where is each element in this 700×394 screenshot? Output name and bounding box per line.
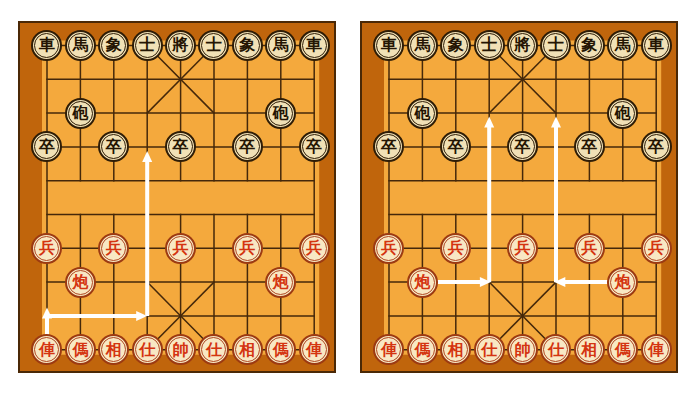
piece-glyph: 兵 — [376, 236, 401, 261]
piece-glyph: 卒 — [34, 134, 59, 159]
piece-red-advisor[interactable]: 仕 — [540, 334, 571, 365]
piece-red-cannon[interactable]: 炮 — [65, 267, 96, 298]
piece-red-chariot[interactable]: 俥 — [299, 334, 330, 365]
piece-glyph: 車 — [644, 33, 669, 58]
piece-black-soldier[interactable]: 卒 — [232, 131, 263, 162]
piece-glyph: 卒 — [101, 134, 126, 159]
piece-glyph: 傌 — [268, 337, 293, 362]
piece-glyph: 卒 — [376, 134, 401, 159]
piece-glyph: 馬 — [610, 33, 635, 58]
piece-glyph: 仕 — [201, 337, 226, 362]
piece-glyph: 士 — [201, 33, 226, 58]
piece-red-general[interactable]: 帥 — [507, 334, 538, 365]
piece-glyph: 卒 — [168, 134, 193, 159]
piece-glyph: 兵 — [510, 236, 535, 261]
piece-black-horse[interactable]: 馬 — [607, 30, 638, 61]
piece-red-advisor[interactable]: 仕 — [132, 334, 163, 365]
piece-black-soldier[interactable]: 卒 — [165, 131, 196, 162]
xiangqi-diagram: 車馬象士將士象馬車砲砲卒卒卒卒卒兵兵兵兵兵炮炮俥傌相仕帥仕相傌俥 車馬象士將士象… — [0, 0, 700, 394]
piece-black-horse[interactable]: 馬 — [407, 30, 438, 61]
piece-glyph: 車 — [302, 33, 327, 58]
piece-glyph: 俥 — [34, 337, 59, 362]
piece-red-soldier[interactable]: 兵 — [373, 233, 404, 264]
piece-red-horse[interactable]: 傌 — [407, 334, 438, 365]
piece-red-elephant[interactable]: 相 — [98, 334, 129, 365]
piece-glyph: 炮 — [410, 270, 435, 295]
piece-black-general[interactable]: 將 — [165, 30, 196, 61]
piece-glyph: 卒 — [644, 134, 669, 159]
piece-glyph: 仕 — [543, 337, 568, 362]
piece-glyph: 士 — [135, 33, 160, 58]
piece-glyph: 相 — [101, 337, 126, 362]
piece-black-advisor[interactable]: 士 — [132, 30, 163, 61]
piece-red-horse[interactable]: 傌 — [265, 334, 296, 365]
piece-glyph: 傌 — [68, 337, 93, 362]
piece-glyph: 卒 — [235, 134, 260, 159]
piece-glyph: 兵 — [235, 236, 260, 261]
piece-red-chariot[interactable]: 俥 — [641, 334, 672, 365]
piece-glyph: 兵 — [577, 236, 602, 261]
piece-black-cannon[interactable]: 砲 — [607, 98, 638, 129]
piece-glyph: 相 — [235, 337, 260, 362]
piece-red-horse[interactable]: 傌 — [65, 334, 96, 365]
piece-black-chariot[interactable]: 車 — [373, 30, 404, 61]
piece-black-soldier[interactable]: 卒 — [373, 131, 404, 162]
piece-glyph: 士 — [477, 33, 502, 58]
piece-glyph: 帥 — [510, 337, 535, 362]
piece-red-chariot[interactable]: 俥 — [31, 334, 62, 365]
piece-red-general[interactable]: 帥 — [165, 334, 196, 365]
piece-glyph: 兵 — [443, 236, 468, 261]
piece-glyph: 將 — [168, 33, 193, 58]
piece-red-soldier[interactable]: 兵 — [440, 233, 471, 264]
piece-glyph: 兵 — [644, 236, 669, 261]
piece-glyph: 相 — [577, 337, 602, 362]
piece-black-cannon[interactable]: 砲 — [65, 98, 96, 129]
piece-glyph: 俥 — [302, 337, 327, 362]
piece-red-elephant[interactable]: 相 — [440, 334, 471, 365]
piece-glyph: 馬 — [268, 33, 293, 58]
piece-glyph: 卒 — [302, 134, 327, 159]
piece-glyph: 將 — [510, 33, 535, 58]
piece-glyph: 車 — [34, 33, 59, 58]
piece-black-cannon[interactable]: 砲 — [265, 98, 296, 129]
piece-glyph: 砲 — [268, 101, 293, 126]
piece-red-advisor[interactable]: 仕 — [474, 334, 505, 365]
piece-black-soldier[interactable]: 卒 — [31, 131, 62, 162]
piece-black-soldier[interactable]: 卒 — [574, 131, 605, 162]
piece-black-soldier[interactable]: 卒 — [440, 131, 471, 162]
piece-glyph: 炮 — [68, 270, 93, 295]
piece-glyph: 俥 — [376, 337, 401, 362]
piece-glyph: 馬 — [68, 33, 93, 58]
piece-glyph: 砲 — [410, 101, 435, 126]
piece-glyph: 象 — [577, 33, 602, 58]
piece-black-elephant[interactable]: 象 — [98, 30, 129, 61]
piece-red-elephant[interactable]: 相 — [574, 334, 605, 365]
xiangqi-board-right: 車馬象士將士象馬車砲砲卒卒卒卒卒兵兵兵兵兵炮炮俥傌相仕帥仕相傌俥 — [360, 21, 678, 373]
piece-red-cannon[interactable]: 炮 — [607, 267, 638, 298]
piece-glyph: 傌 — [610, 337, 635, 362]
piece-glyph: 砲 — [610, 101, 635, 126]
piece-glyph: 卒 — [443, 134, 468, 159]
piece-black-cannon[interactable]: 砲 — [407, 98, 438, 129]
piece-glyph: 兵 — [34, 236, 59, 261]
piece-red-soldier[interactable]: 兵 — [31, 233, 62, 264]
piece-red-soldier[interactable]: 兵 — [507, 233, 538, 264]
piece-glyph: 炮 — [610, 270, 635, 295]
piece-glyph: 仕 — [477, 337, 502, 362]
piece-glyph: 傌 — [410, 337, 435, 362]
piece-black-advisor[interactable]: 士 — [540, 30, 571, 61]
piece-glyph: 炮 — [268, 270, 293, 295]
piece-red-soldier[interactable]: 兵 — [98, 233, 129, 264]
piece-black-soldier[interactable]: 卒 — [98, 131, 129, 162]
piece-black-chariot[interactable]: 車 — [299, 30, 330, 61]
piece-black-chariot[interactable]: 車 — [31, 30, 62, 61]
piece-glyph: 相 — [443, 337, 468, 362]
piece-glyph: 車 — [376, 33, 401, 58]
piece-glyph: 俥 — [644, 337, 669, 362]
piece-black-advisor[interactable]: 士 — [474, 30, 505, 61]
piece-glyph: 象 — [443, 33, 468, 58]
piece-black-general[interactable]: 將 — [507, 30, 538, 61]
piece-glyph: 卒 — [577, 134, 602, 159]
piece-black-chariot[interactable]: 車 — [641, 30, 672, 61]
piece-black-elephant[interactable]: 象 — [232, 30, 263, 61]
piece-glyph: 砲 — [68, 101, 93, 126]
piece-black-elephant[interactable]: 象 — [440, 30, 471, 61]
piece-red-horse[interactable]: 傌 — [607, 334, 638, 365]
piece-glyph: 兵 — [101, 236, 126, 261]
piece-glyph: 兵 — [168, 236, 193, 261]
piece-glyph: 象 — [235, 33, 260, 58]
piece-glyph: 仕 — [135, 337, 160, 362]
piece-glyph: 卒 — [510, 134, 535, 159]
piece-black-soldier[interactable]: 卒 — [641, 131, 672, 162]
pieces-layer: 車馬象士將士象馬車砲砲卒卒卒卒卒兵兵兵兵兵炮炮俥傌相仕帥仕相傌俥 — [30, 29, 331, 367]
piece-black-horse[interactable]: 馬 — [65, 30, 96, 61]
piece-red-chariot[interactable]: 俥 — [373, 334, 404, 365]
piece-glyph: 帥 — [168, 337, 193, 362]
piece-red-soldier[interactable]: 兵 — [299, 233, 330, 264]
piece-glyph: 兵 — [302, 236, 327, 261]
pieces-layer: 車馬象士將士象馬車砲砲卒卒卒卒卒兵兵兵兵兵炮炮俥傌相仕帥仕相傌俥 — [372, 29, 673, 367]
piece-black-elephant[interactable]: 象 — [574, 30, 605, 61]
piece-red-soldier[interactable]: 兵 — [641, 233, 672, 264]
xiangqi-board-left: 車馬象士將士象馬車砲砲卒卒卒卒卒兵兵兵兵兵炮炮俥傌相仕帥仕相傌俥 — [18, 21, 336, 373]
piece-black-horse[interactable]: 馬 — [265, 30, 296, 61]
piece-red-soldier[interactable]: 兵 — [574, 233, 605, 264]
piece-red-cannon[interactable]: 炮 — [265, 267, 296, 298]
piece-red-elephant[interactable]: 相 — [232, 334, 263, 365]
piece-red-advisor[interactable]: 仕 — [198, 334, 229, 365]
piece-black-soldier[interactable]: 卒 — [507, 131, 538, 162]
piece-glyph: 士 — [543, 33, 568, 58]
piece-red-soldier[interactable]: 兵 — [232, 233, 263, 264]
piece-red-cannon[interactable]: 炮 — [407, 267, 438, 298]
piece-black-advisor[interactable]: 士 — [198, 30, 229, 61]
piece-glyph: 象 — [101, 33, 126, 58]
piece-black-soldier[interactable]: 卒 — [299, 131, 330, 162]
piece-red-soldier[interactable]: 兵 — [165, 233, 196, 264]
piece-glyph: 馬 — [410, 33, 435, 58]
